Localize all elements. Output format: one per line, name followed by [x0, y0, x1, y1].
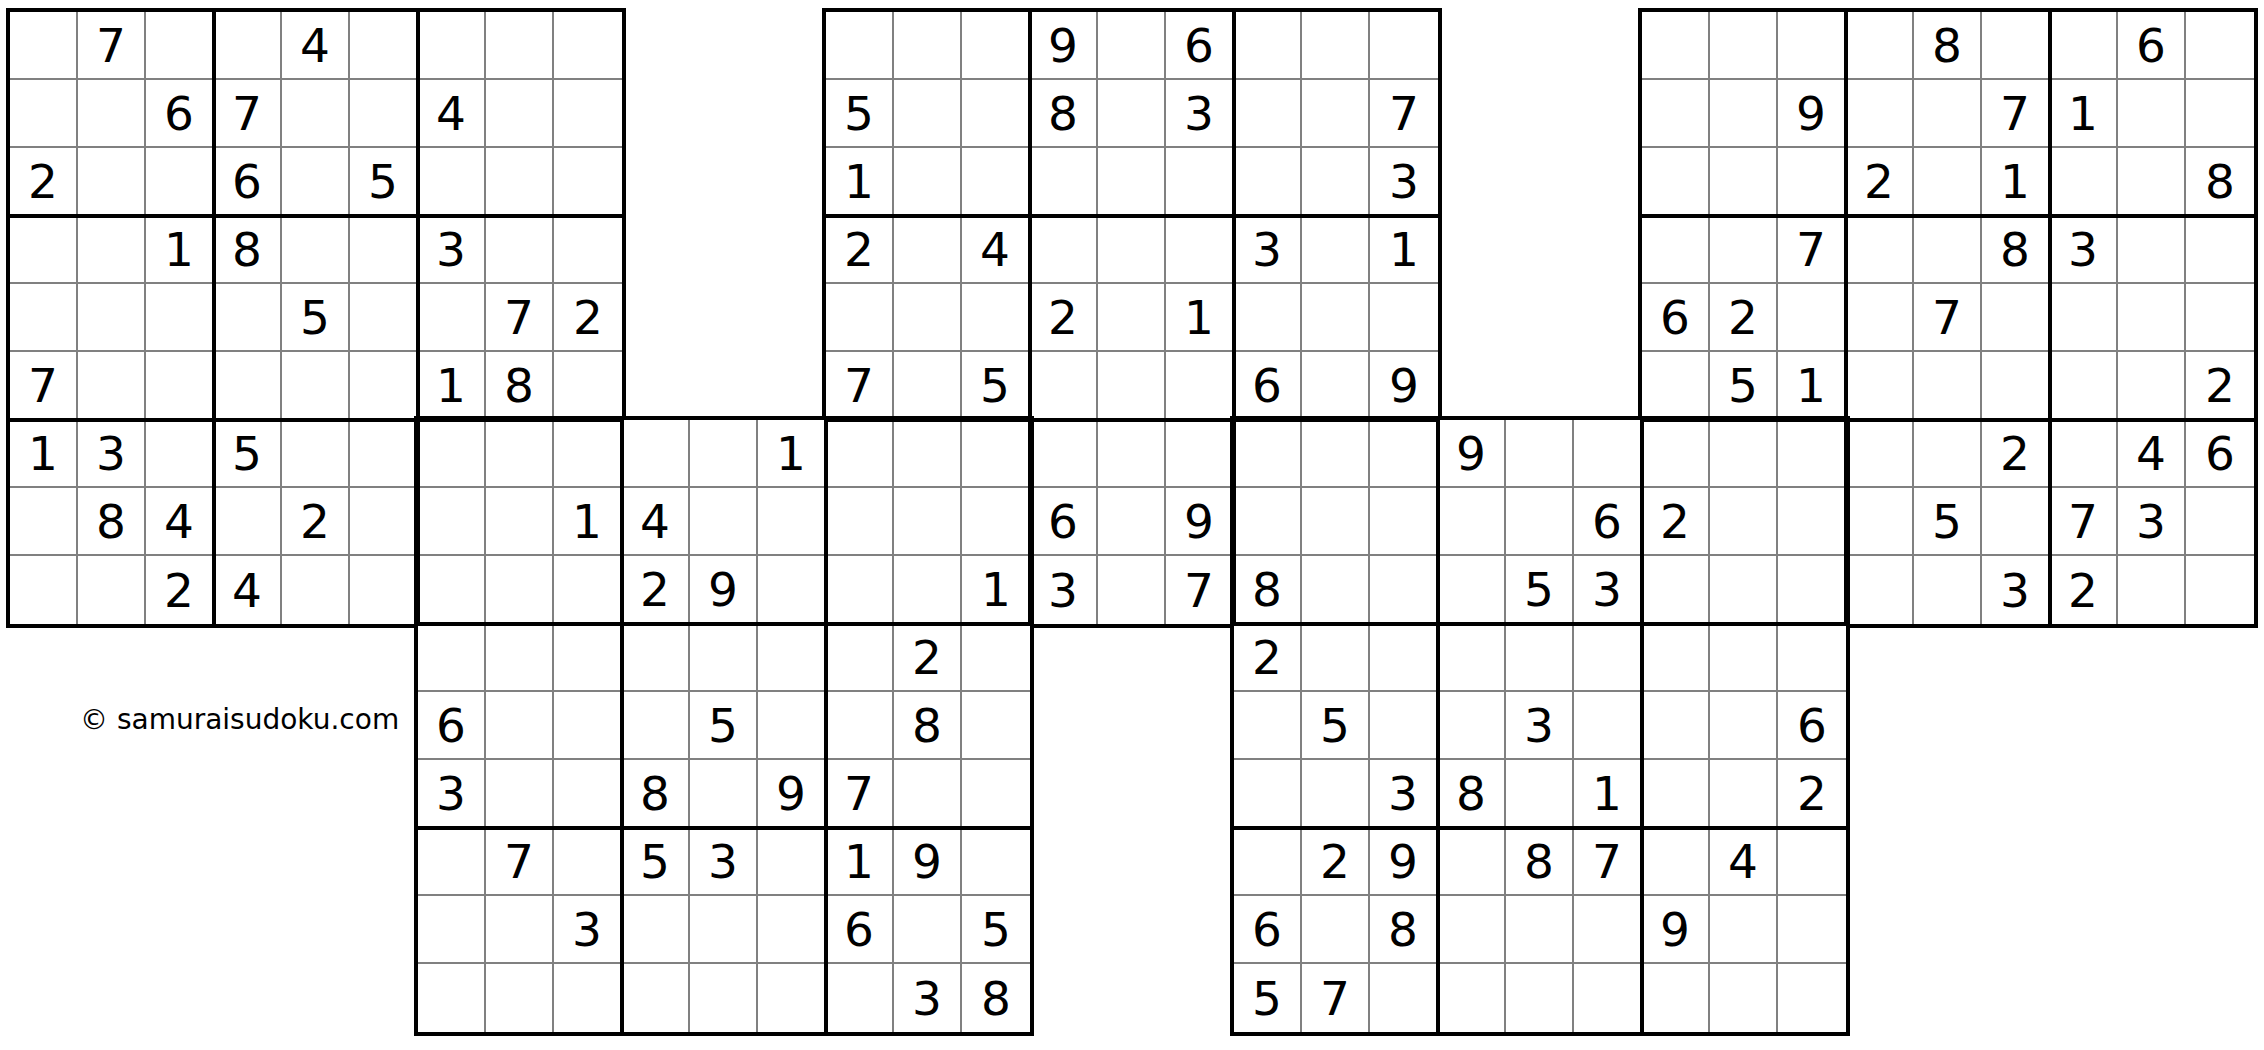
cell-bottom-left-r5c4[interactable] [622, 692, 690, 760]
cell-top-middle-r1c3[interactable] [962, 12, 1030, 80]
cell-bottom-left-r6c7[interactable]: 7 [826, 760, 894, 828]
cell-top-middle-r4c5[interactable] [1098, 216, 1166, 284]
cell-top-right-r4c7[interactable]: 3 [2050, 216, 2118, 284]
cell-top-middle-r5c6[interactable]: 1 [1166, 284, 1234, 352]
cell-bottom-left-r3c1[interactable] [418, 556, 486, 624]
cell-top-left-r3c2[interactable] [78, 148, 146, 216]
cell-top-left-r3c9[interactable] [554, 148, 622, 216]
cell-top-left-r8c6[interactable] [350, 488, 418, 556]
cell-bottom-left-r9c1[interactable] [418, 964, 486, 1032]
cell-bottom-left-r5c7[interactable] [826, 692, 894, 760]
cell-top-middle-r8c4[interactable]: 6 [1030, 488, 1098, 556]
cell-top-middle-r6c4[interactable] [1030, 352, 1098, 420]
cell-bottom-left-r8c7[interactable]: 6 [826, 896, 894, 964]
cell-top-right-r6c3[interactable]: 1 [1778, 352, 1846, 420]
cell-bottom-right-r3c2[interactable] [1302, 556, 1370, 624]
cell-top-middle-r2c4[interactable]: 8 [1030, 80, 1098, 148]
cell-top-right-r1c2[interactable] [1710, 12, 1778, 80]
cell-top-right-r8c5[interactable]: 5 [1914, 488, 1982, 556]
cell-top-middle-r3c9[interactable]: 3 [1370, 148, 1438, 216]
cell-top-left-r8c5[interactable]: 2 [282, 488, 350, 556]
cell-top-left-r4c3[interactable]: 1 [146, 216, 214, 284]
cell-top-right-r8c7[interactable]: 7 [2050, 488, 2118, 556]
cell-top-middle-r6c1[interactable]: 7 [826, 352, 894, 420]
cell-top-middle-r2c6[interactable]: 3 [1166, 80, 1234, 148]
cell-top-middle-r7c6[interactable] [1166, 420, 1234, 488]
cell-top-right-r2c3[interactable]: 9 [1778, 80, 1846, 148]
cell-top-middle-r9c6[interactable]: 7 [1166, 556, 1234, 624]
cell-top-right-r2c2[interactable] [1710, 80, 1778, 148]
cell-top-middle-r6c8[interactable] [1302, 352, 1370, 420]
cell-bottom-left-r7c2[interactable]: 7 [486, 828, 554, 896]
cell-top-middle-r5c8[interactable] [1302, 284, 1370, 352]
cell-bottom-right-r9c3[interactable] [1370, 964, 1438, 1032]
cell-top-middle-r9c4[interactable]: 3 [1030, 556, 1098, 624]
cell-top-middle-r4c6[interactable] [1166, 216, 1234, 284]
cell-bottom-right-r6c1[interactable] [1234, 760, 1302, 828]
cell-top-left-r1c8[interactable] [486, 12, 554, 80]
cell-bottom-right-r8c2[interactable] [1302, 896, 1370, 964]
cell-bottom-right-r9c9[interactable] [1778, 964, 1846, 1032]
cell-bottom-right-r4c1[interactable]: 2 [1234, 624, 1302, 692]
cell-top-right-r1c5[interactable]: 8 [1914, 12, 1982, 80]
cell-top-left-r6c9[interactable] [554, 352, 622, 420]
cell-top-middle-r5c5[interactable] [1098, 284, 1166, 352]
cell-top-left-r3c3[interactable] [146, 148, 214, 216]
cell-bottom-left-r4c7[interactable] [826, 624, 894, 692]
cell-top-middle-r4c2[interactable] [894, 216, 962, 284]
cell-top-middle-r3c5[interactable] [1098, 148, 1166, 216]
cell-top-middle-r2c5[interactable] [1098, 80, 1166, 148]
cell-top-middle-r8c5[interactable] [1098, 488, 1166, 556]
cell-top-right-r5c6[interactable] [1982, 284, 2050, 352]
cell-top-right-r1c4[interactable] [1846, 12, 1914, 80]
cell-top-right-r8c6[interactable] [1982, 488, 2050, 556]
cell-bottom-right-r4c2[interactable] [1302, 624, 1370, 692]
cell-top-left-r9c1[interactable] [10, 556, 78, 624]
cell-top-left-r1c1[interactable] [10, 12, 78, 80]
cell-top-right-r2c9[interactable] [2186, 80, 2254, 148]
cell-bottom-right-r7c8[interactable]: 4 [1710, 828, 1778, 896]
cell-top-middle-r4c7[interactable]: 3 [1234, 216, 1302, 284]
cell-bottom-right-r3c9[interactable] [1778, 556, 1846, 624]
cell-bottom-left-r6c4[interactable]: 8 [622, 760, 690, 828]
cell-bottom-right-r9c8[interactable] [1710, 964, 1778, 1032]
cell-bottom-right-r6c4[interactable]: 8 [1438, 760, 1506, 828]
cell-top-left-r1c9[interactable] [554, 12, 622, 80]
cell-bottom-left-r3c5[interactable]: 9 [690, 556, 758, 624]
cell-top-middle-r6c9[interactable]: 9 [1370, 352, 1438, 420]
cell-top-middle-r3c8[interactable] [1302, 148, 1370, 216]
cell-bottom-right-r7c4[interactable] [1438, 828, 1506, 896]
cell-bottom-left-r2c7[interactable] [826, 488, 894, 556]
cell-top-left-r6c1[interactable]: 7 [10, 352, 78, 420]
cell-top-right-r6c2[interactable]: 5 [1710, 352, 1778, 420]
cell-top-middle-r1c8[interactable] [1302, 12, 1370, 80]
cell-top-left-r5c4[interactable] [214, 284, 282, 352]
cell-bottom-left-r2c9[interactable] [962, 488, 1030, 556]
cell-top-middle-r1c6[interactable]: 6 [1166, 12, 1234, 80]
cell-bottom-left-r8c8[interactable] [894, 896, 962, 964]
cell-bottom-right-r1c8[interactable] [1710, 420, 1778, 488]
cell-top-middle-r3c1[interactable]: 1 [826, 148, 894, 216]
cell-bottom-left-r3c3[interactable] [554, 556, 622, 624]
cell-bottom-left-r2c5[interactable] [690, 488, 758, 556]
cell-top-middle-r6c2[interactable] [894, 352, 962, 420]
cell-top-middle-r1c7[interactable] [1234, 12, 1302, 80]
cell-bottom-right-r5c2[interactable]: 5 [1302, 692, 1370, 760]
cell-top-middle-r2c3[interactable] [962, 80, 1030, 148]
cell-bottom-left-r7c7[interactable]: 1 [826, 828, 894, 896]
cell-top-left-r3c5[interactable] [282, 148, 350, 216]
cell-top-right-r3c9[interactable]: 8 [2186, 148, 2254, 216]
cell-bottom-right-r9c5[interactable] [1506, 964, 1574, 1032]
cell-bottom-left-r7c4[interactable]: 5 [622, 828, 690, 896]
cell-top-middle-r1c4[interactable]: 9 [1030, 12, 1098, 80]
cell-bottom-right-r5c3[interactable] [1370, 692, 1438, 760]
cell-bottom-right-r8c8[interactable] [1710, 896, 1778, 964]
cell-bottom-left-r5c9[interactable] [962, 692, 1030, 760]
cell-top-right-r3c2[interactable] [1710, 148, 1778, 216]
cell-bottom-left-r9c9[interactable]: 8 [962, 964, 1030, 1032]
cell-top-right-r9c6[interactable]: 3 [1982, 556, 2050, 624]
cell-top-left-r2c1[interactable] [10, 80, 78, 148]
cell-top-right-r3c4[interactable]: 2 [1846, 148, 1914, 216]
cell-top-left-r4c8[interactable] [486, 216, 554, 284]
cell-bottom-right-r5c8[interactable] [1710, 692, 1778, 760]
cell-bottom-left-r3c9[interactable]: 1 [962, 556, 1030, 624]
cell-top-right-r4c4[interactable] [1846, 216, 1914, 284]
cell-top-middle-r3c7[interactable] [1234, 148, 1302, 216]
cell-top-middle-r5c4[interactable]: 2 [1030, 284, 1098, 352]
cell-top-right-r6c9[interactable]: 2 [2186, 352, 2254, 420]
cell-top-left-r1c6[interactable] [350, 12, 418, 80]
cell-bottom-right-r2c9[interactable] [1778, 488, 1846, 556]
cell-top-left-r7c3[interactable] [146, 420, 214, 488]
cell-top-right-r2c7[interactable]: 1 [2050, 80, 2118, 148]
cell-bottom-left-r4c3[interactable] [554, 624, 622, 692]
cell-top-left-r1c3[interactable] [146, 12, 214, 80]
cell-top-right-r6c7[interactable] [2050, 352, 2118, 420]
cell-bottom-right-r2c3[interactable] [1370, 488, 1438, 556]
cell-bottom-right-r6c8[interactable] [1710, 760, 1778, 828]
cell-bottom-left-r4c6[interactable] [758, 624, 826, 692]
cell-top-left-r8c3[interactable]: 4 [146, 488, 214, 556]
cell-top-right-r9c5[interactable] [1914, 556, 1982, 624]
cell-top-right-r3c1[interactable] [1642, 148, 1710, 216]
cell-top-middle-r4c3[interactable]: 4 [962, 216, 1030, 284]
cell-top-left-r3c7[interactable] [418, 148, 486, 216]
cell-bottom-right-r9c6[interactable] [1574, 964, 1642, 1032]
cell-bottom-left-r8c4[interactable] [622, 896, 690, 964]
cell-top-middle-r1c1[interactable] [826, 12, 894, 80]
cell-top-right-r8c4[interactable] [1846, 488, 1914, 556]
cell-top-right-r6c4[interactable] [1846, 352, 1914, 420]
cell-top-right-r2c8[interactable] [2118, 80, 2186, 148]
cell-bottom-right-r1c2[interactable] [1302, 420, 1370, 488]
cell-bottom-left-r9c7[interactable] [826, 964, 894, 1032]
cell-bottom-right-r4c4[interactable] [1438, 624, 1506, 692]
cell-top-left-r3c4[interactable]: 6 [214, 148, 282, 216]
cell-top-right-r4c6[interactable]: 8 [1982, 216, 2050, 284]
cell-top-left-r5c8[interactable]: 7 [486, 284, 554, 352]
cell-top-right-r9c8[interactable] [2118, 556, 2186, 624]
cell-top-middle-r7c5[interactable] [1098, 420, 1166, 488]
cell-top-left-r7c6[interactable] [350, 420, 418, 488]
cell-bottom-left-r4c8[interactable]: 2 [894, 624, 962, 692]
cell-bottom-left-r6c1[interactable]: 3 [418, 760, 486, 828]
cell-bottom-left-r7c6[interactable] [758, 828, 826, 896]
cell-bottom-left-r6c5[interactable] [690, 760, 758, 828]
cell-top-left-r9c4[interactable]: 4 [214, 556, 282, 624]
cell-top-right-r7c5[interactable] [1914, 420, 1982, 488]
cell-bottom-right-r6c2[interactable] [1302, 760, 1370, 828]
cell-bottom-right-r5c6[interactable] [1574, 692, 1642, 760]
cell-top-left-r2c8[interactable] [486, 80, 554, 148]
cell-bottom-left-r1c9[interactable] [962, 420, 1030, 488]
cell-bottom-right-r2c2[interactable] [1302, 488, 1370, 556]
cell-top-middle-r3c2[interactable] [894, 148, 962, 216]
cell-top-left-r3c1[interactable]: 2 [10, 148, 78, 216]
cell-top-right-r4c1[interactable] [1642, 216, 1710, 284]
cell-bottom-right-r9c7[interactable] [1642, 964, 1710, 1032]
cell-top-left-r1c5[interactable]: 4 [282, 12, 350, 80]
cell-top-left-r1c7[interactable] [418, 12, 486, 80]
cell-bottom-left-r1c5[interactable] [690, 420, 758, 488]
cell-top-middle-r8c6[interactable]: 9 [1166, 488, 1234, 556]
cell-top-left-r4c7[interactable]: 3 [418, 216, 486, 284]
cell-bottom-right-r8c6[interactable] [1574, 896, 1642, 964]
cell-top-left-r6c4[interactable] [214, 352, 282, 420]
cell-bottom-left-r3c2[interactable] [486, 556, 554, 624]
cell-top-right-r6c6[interactable] [1982, 352, 2050, 420]
cell-top-right-r5c7[interactable] [2050, 284, 2118, 352]
cell-bottom-right-r9c4[interactable] [1438, 964, 1506, 1032]
cell-bottom-left-r6c8[interactable] [894, 760, 962, 828]
cell-top-middle-r2c2[interactable] [894, 80, 962, 148]
cell-bottom-right-r2c1[interactable] [1234, 488, 1302, 556]
cell-bottom-right-r4c9[interactable] [1778, 624, 1846, 692]
cell-top-left-r7c1[interactable]: 1 [10, 420, 78, 488]
cell-top-middle-r5c2[interactable] [894, 284, 962, 352]
cell-top-left-r2c7[interactable]: 4 [418, 80, 486, 148]
cell-bottom-left-r4c4[interactable] [622, 624, 690, 692]
cell-top-right-r7c4[interactable] [1846, 420, 1914, 488]
cell-top-right-r9c9[interactable] [2186, 556, 2254, 624]
cell-bottom-left-r5c1[interactable]: 6 [418, 692, 486, 760]
cell-bottom-left-r1c8[interactable] [894, 420, 962, 488]
cell-top-middle-r5c3[interactable] [962, 284, 1030, 352]
cell-bottom-left-r2c4[interactable]: 4 [622, 488, 690, 556]
cell-bottom-right-r8c7[interactable]: 9 [1642, 896, 1710, 964]
cell-top-middle-r6c5[interactable] [1098, 352, 1166, 420]
cell-top-right-r2c6[interactable]: 7 [1982, 80, 2050, 148]
cell-top-middle-r2c1[interactable]: 5 [826, 80, 894, 148]
cell-bottom-left-r9c5[interactable] [690, 964, 758, 1032]
cell-top-left-r9c3[interactable]: 2 [146, 556, 214, 624]
cell-bottom-right-r3c8[interactable] [1710, 556, 1778, 624]
cell-top-middle-r1c9[interactable] [1370, 12, 1438, 80]
cell-bottom-left-r1c6[interactable]: 1 [758, 420, 826, 488]
cell-bottom-left-r8c9[interactable]: 5 [962, 896, 1030, 964]
cell-bottom-left-r1c4[interactable] [622, 420, 690, 488]
cell-top-right-r4c2[interactable] [1710, 216, 1778, 284]
cell-top-left-r9c2[interactable] [78, 556, 146, 624]
cell-bottom-left-r9c4[interactable] [622, 964, 690, 1032]
cell-top-left-r5c2[interactable] [78, 284, 146, 352]
cell-bottom-right-r6c9[interactable]: 2 [1778, 760, 1846, 828]
cell-bottom-right-r2c7[interactable]: 2 [1642, 488, 1710, 556]
cell-bottom-left-r5c3[interactable] [554, 692, 622, 760]
cell-bottom-left-r2c6[interactable] [758, 488, 826, 556]
cell-top-left-r5c3[interactable] [146, 284, 214, 352]
cell-top-right-r7c9[interactable]: 6 [2186, 420, 2254, 488]
cell-bottom-right-r9c1[interactable]: 5 [1234, 964, 1302, 1032]
cell-top-left-r8c1[interactable] [10, 488, 78, 556]
cell-bottom-right-r5c4[interactable] [1438, 692, 1506, 760]
cell-bottom-right-r2c6[interactable]: 6 [1574, 488, 1642, 556]
cell-bottom-right-r4c6[interactable] [1574, 624, 1642, 692]
cell-top-middle-r7c4[interactable] [1030, 420, 1098, 488]
cell-bottom-left-r2c3[interactable]: 1 [554, 488, 622, 556]
cell-top-left-r5c9[interactable]: 2 [554, 284, 622, 352]
cell-bottom-right-r5c9[interactable]: 6 [1778, 692, 1846, 760]
cell-bottom-left-r5c5[interactable]: 5 [690, 692, 758, 760]
cell-top-middle-r4c9[interactable]: 1 [1370, 216, 1438, 284]
cell-top-right-r7c7[interactable] [2050, 420, 2118, 488]
cell-bottom-right-r1c4[interactable]: 9 [1438, 420, 1506, 488]
cell-bottom-right-r1c9[interactable] [1778, 420, 1846, 488]
cell-bottom-right-r6c7[interactable] [1642, 760, 1710, 828]
cell-top-left-r8c2[interactable]: 8 [78, 488, 146, 556]
cell-bottom-left-r6c6[interactable]: 9 [758, 760, 826, 828]
cell-bottom-left-r7c1[interactable] [418, 828, 486, 896]
cell-bottom-right-r7c2[interactable]: 2 [1302, 828, 1370, 896]
cell-bottom-right-r7c6[interactable]: 7 [1574, 828, 1642, 896]
cell-bottom-right-r1c7[interactable] [1642, 420, 1710, 488]
cell-bottom-left-r3c7[interactable] [826, 556, 894, 624]
cell-bottom-right-r1c3[interactable] [1370, 420, 1438, 488]
cell-bottom-left-r2c2[interactable] [486, 488, 554, 556]
cell-bottom-right-r7c1[interactable] [1234, 828, 1302, 896]
cell-top-right-r5c5[interactable]: 7 [1914, 284, 1982, 352]
cell-top-middle-r2c9[interactable]: 7 [1370, 80, 1438, 148]
cell-bottom-right-r8c4[interactable] [1438, 896, 1506, 964]
cell-top-right-r4c5[interactable] [1914, 216, 1982, 284]
cell-top-right-r8c9[interactable] [2186, 488, 2254, 556]
cell-top-right-r5c3[interactable] [1778, 284, 1846, 352]
cell-top-right-r1c1[interactable] [1642, 12, 1710, 80]
cell-top-right-r4c9[interactable] [2186, 216, 2254, 284]
cell-bottom-right-r3c3[interactable] [1370, 556, 1438, 624]
cell-top-middle-r5c9[interactable] [1370, 284, 1438, 352]
cell-top-left-r3c8[interactable] [486, 148, 554, 216]
cell-top-right-r2c1[interactable] [1642, 80, 1710, 148]
cell-bottom-right-r8c1[interactable]: 6 [1234, 896, 1302, 964]
cell-top-left-r1c4[interactable] [214, 12, 282, 80]
cell-bottom-right-r7c9[interactable] [1778, 828, 1846, 896]
cell-top-middle-r2c8[interactable] [1302, 80, 1370, 148]
cell-bottom-right-r3c5[interactable]: 5 [1506, 556, 1574, 624]
cell-top-middle-r5c7[interactable] [1234, 284, 1302, 352]
cell-bottom-right-r5c1[interactable] [1234, 692, 1302, 760]
cell-bottom-left-r2c1[interactable] [418, 488, 486, 556]
cell-top-left-r9c6[interactable] [350, 556, 418, 624]
cell-bottom-right-r3c4[interactable] [1438, 556, 1506, 624]
cell-bottom-left-r7c8[interactable]: 9 [894, 828, 962, 896]
cell-bottom-right-r3c6[interactable]: 3 [1574, 556, 1642, 624]
cell-top-right-r2c4[interactable] [1846, 80, 1914, 148]
cell-top-right-r4c3[interactable]: 7 [1778, 216, 1846, 284]
cell-bottom-left-r3c6[interactable] [758, 556, 826, 624]
cell-bottom-right-r6c6[interactable]: 1 [1574, 760, 1642, 828]
cell-bottom-left-r8c3[interactable]: 3 [554, 896, 622, 964]
cell-top-right-r5c2[interactable]: 2 [1710, 284, 1778, 352]
cell-top-left-r4c1[interactable] [10, 216, 78, 284]
cell-top-right-r9c4[interactable] [1846, 556, 1914, 624]
cell-bottom-left-r4c5[interactable] [690, 624, 758, 692]
cell-bottom-left-r1c2[interactable] [486, 420, 554, 488]
cell-top-right-r6c5[interactable] [1914, 352, 1982, 420]
cell-top-left-r6c7[interactable]: 1 [418, 352, 486, 420]
cell-top-left-r8c4[interactable] [214, 488, 282, 556]
cell-bottom-right-r4c7[interactable] [1642, 624, 1710, 692]
cell-top-left-r5c1[interactable] [10, 284, 78, 352]
cell-top-right-r3c6[interactable]: 1 [1982, 148, 2050, 216]
cell-top-left-r2c2[interactable] [78, 80, 146, 148]
cell-bottom-left-r8c1[interactable] [418, 896, 486, 964]
cell-bottom-left-r9c3[interactable] [554, 964, 622, 1032]
cell-bottom-left-r4c1[interactable] [418, 624, 486, 692]
cell-top-right-r6c1[interactable] [1642, 352, 1710, 420]
cell-bottom-right-r5c7[interactable] [1642, 692, 1710, 760]
cell-bottom-right-r4c3[interactable] [1370, 624, 1438, 692]
cell-top-left-r2c3[interactable]: 6 [146, 80, 214, 148]
cell-bottom-left-r2c8[interactable] [894, 488, 962, 556]
cell-top-left-r7c5[interactable] [282, 420, 350, 488]
cell-top-right-r1c3[interactable] [1778, 12, 1846, 80]
cell-top-right-r1c8[interactable]: 6 [2118, 12, 2186, 80]
cell-top-right-r3c5[interactable] [1914, 148, 1982, 216]
cell-bottom-left-r1c1[interactable] [418, 420, 486, 488]
cell-top-left-r2c9[interactable] [554, 80, 622, 148]
cell-bottom-left-r1c7[interactable] [826, 420, 894, 488]
cell-bottom-right-r3c1[interactable]: 8 [1234, 556, 1302, 624]
cell-bottom-right-r5c5[interactable]: 3 [1506, 692, 1574, 760]
cell-top-left-r4c6[interactable] [350, 216, 418, 284]
cell-top-left-r9c5[interactable] [282, 556, 350, 624]
cell-top-left-r6c8[interactable]: 8 [486, 352, 554, 420]
cell-bottom-right-r2c4[interactable] [1438, 488, 1506, 556]
cell-top-left-r4c9[interactable] [554, 216, 622, 284]
cell-bottom-left-r3c8[interactable] [894, 556, 962, 624]
cell-top-middle-r5c1[interactable] [826, 284, 894, 352]
cell-bottom-left-r9c8[interactable]: 3 [894, 964, 962, 1032]
cell-bottom-right-r4c8[interactable] [1710, 624, 1778, 692]
cell-top-right-r5c8[interactable] [2118, 284, 2186, 352]
cell-top-left-r5c6[interactable] [350, 284, 418, 352]
cell-bottom-left-r5c8[interactable]: 8 [894, 692, 962, 760]
cell-top-left-r6c2[interactable] [78, 352, 146, 420]
cell-top-middle-r4c4[interactable] [1030, 216, 1098, 284]
cell-top-right-r1c9[interactable] [2186, 12, 2254, 80]
cell-bottom-left-r7c5[interactable]: 3 [690, 828, 758, 896]
cell-top-left-r2c6[interactable] [350, 80, 418, 148]
cell-bottom-right-r7c7[interactable] [1642, 828, 1710, 896]
cell-bottom-left-r1c3[interactable] [554, 420, 622, 488]
cell-bottom-left-r5c6[interactable] [758, 692, 826, 760]
cell-top-left-r2c4[interactable]: 7 [214, 80, 282, 148]
